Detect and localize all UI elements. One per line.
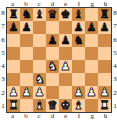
rank-label-5: 5 bbox=[112, 47, 117, 60]
square-h4[interactable] bbox=[98, 60, 111, 73]
square-f6[interactable]: ♞ bbox=[72, 34, 85, 47]
file-label-e: e bbox=[59, 112, 72, 120]
square-a6[interactable] bbox=[7, 34, 20, 47]
square-a7[interactable]: ♟ bbox=[7, 21, 20, 34]
square-d4[interactable]: ♞ bbox=[46, 60, 59, 73]
square-g6[interactable] bbox=[85, 34, 98, 47]
piece-white-queen: ♛ bbox=[46, 99, 59, 112]
rank-label-8: 8 bbox=[112, 7, 117, 20]
square-g2[interactable]: ♟ bbox=[85, 86, 98, 99]
square-c1[interactable]: ♝ bbox=[33, 99, 46, 112]
square-e8[interactable]: ♚ bbox=[59, 8, 72, 21]
square-f1[interactable]: ♝ bbox=[72, 99, 85, 112]
square-h1[interactable]: ♜ bbox=[98, 99, 111, 112]
rank-label-7: 7 bbox=[112, 20, 117, 33]
piece-white-pawn: ♟ bbox=[20, 86, 33, 99]
piece-white-bishop: ♝ bbox=[33, 99, 46, 112]
square-g5[interactable] bbox=[85, 47, 98, 60]
piece-white-bishop: ♝ bbox=[72, 99, 85, 112]
piece-black-pawn: ♟ bbox=[98, 21, 111, 34]
piece-black-pawn: ♟ bbox=[85, 21, 98, 34]
file-label-h: h bbox=[99, 112, 112, 120]
file-label-c: c bbox=[33, 112, 46, 120]
square-d6[interactable]: ♟ bbox=[46, 34, 59, 47]
square-c5[interactable] bbox=[33, 47, 46, 60]
rank-label-3: 3 bbox=[112, 73, 117, 86]
square-e1[interactable]: ♚ bbox=[59, 99, 72, 112]
square-d8[interactable]: ♛ bbox=[46, 8, 59, 21]
square-b5[interactable] bbox=[20, 47, 33, 60]
rank-label-2: 2 bbox=[112, 87, 117, 100]
piece-black-bishop: ♝ bbox=[33, 8, 46, 21]
rank-label-6: 6 bbox=[112, 34, 117, 47]
chess-board: ♜♞♝♛♚♝♜♟♟♟♟♟♟♟♞♞♟♞♟♟♟♟♟♟♜♝♛♚♝♜ bbox=[6, 7, 112, 113]
piece-black-pawn: ♟ bbox=[59, 34, 72, 47]
square-c6[interactable] bbox=[33, 34, 46, 47]
file-label-g: g bbox=[86, 112, 99, 120]
rank-label-4: 4 bbox=[112, 60, 117, 73]
piece-black-knight: ♞ bbox=[72, 34, 85, 47]
rank-label-1: 1 bbox=[112, 100, 117, 113]
square-b4[interactable] bbox=[20, 60, 33, 73]
square-f4[interactable] bbox=[72, 60, 85, 73]
square-e6[interactable]: ♟ bbox=[59, 34, 72, 47]
square-g4[interactable] bbox=[85, 60, 98, 73]
square-h7[interactable]: ♟ bbox=[98, 21, 111, 34]
rank-labels-right: 87654321 bbox=[112, 7, 117, 113]
piece-black-pawn: ♟ bbox=[46, 34, 59, 47]
square-b7[interactable]: ♟ bbox=[20, 21, 33, 34]
file-label-f: f bbox=[72, 112, 85, 120]
piece-black-pawn: ♟ bbox=[7, 21, 20, 34]
square-h6[interactable] bbox=[98, 34, 111, 47]
piece-white-rook: ♜ bbox=[98, 99, 111, 112]
file-label-d: d bbox=[46, 112, 59, 120]
square-a4[interactable] bbox=[7, 60, 20, 73]
chess-diagram: abcdefgh 87654321 ♜♞♝♛♚♝♜♟♟♟♟♟♟♟♞♞♟♞♟♟♟♟… bbox=[0, 0, 117, 120]
square-f5[interactable] bbox=[72, 47, 85, 60]
file-label-a: a bbox=[6, 112, 19, 120]
piece-black-pawn: ♟ bbox=[20, 21, 33, 34]
square-e4[interactable]: ♟ bbox=[59, 60, 72, 73]
file-labels-bottom: abcdefgh bbox=[6, 112, 112, 120]
piece-white-rook: ♜ bbox=[7, 99, 20, 112]
square-h5[interactable] bbox=[98, 47, 111, 60]
square-c8[interactable]: ♝ bbox=[33, 8, 46, 21]
square-g7[interactable]: ♟ bbox=[85, 21, 98, 34]
piece-white-pawn: ♟ bbox=[85, 86, 98, 99]
piece-white-knight: ♞ bbox=[46, 60, 59, 73]
square-b1[interactable] bbox=[20, 99, 33, 112]
square-a5[interactable] bbox=[7, 47, 20, 60]
piece-white-pawn: ♟ bbox=[59, 60, 72, 73]
square-d3[interactable] bbox=[46, 73, 59, 86]
square-g1[interactable] bbox=[85, 99, 98, 112]
square-b2[interactable]: ♟ bbox=[20, 86, 33, 99]
piece-black-queen: ♛ bbox=[46, 8, 59, 21]
square-c7[interactable] bbox=[33, 21, 46, 34]
piece-white-king: ♚ bbox=[59, 99, 72, 112]
square-b6[interactable] bbox=[20, 34, 33, 47]
square-e3[interactable] bbox=[59, 73, 72, 86]
file-label-b: b bbox=[19, 112, 32, 120]
piece-black-king: ♚ bbox=[59, 8, 72, 21]
square-d1[interactable]: ♛ bbox=[46, 99, 59, 112]
square-a1[interactable]: ♜ bbox=[7, 99, 20, 112]
